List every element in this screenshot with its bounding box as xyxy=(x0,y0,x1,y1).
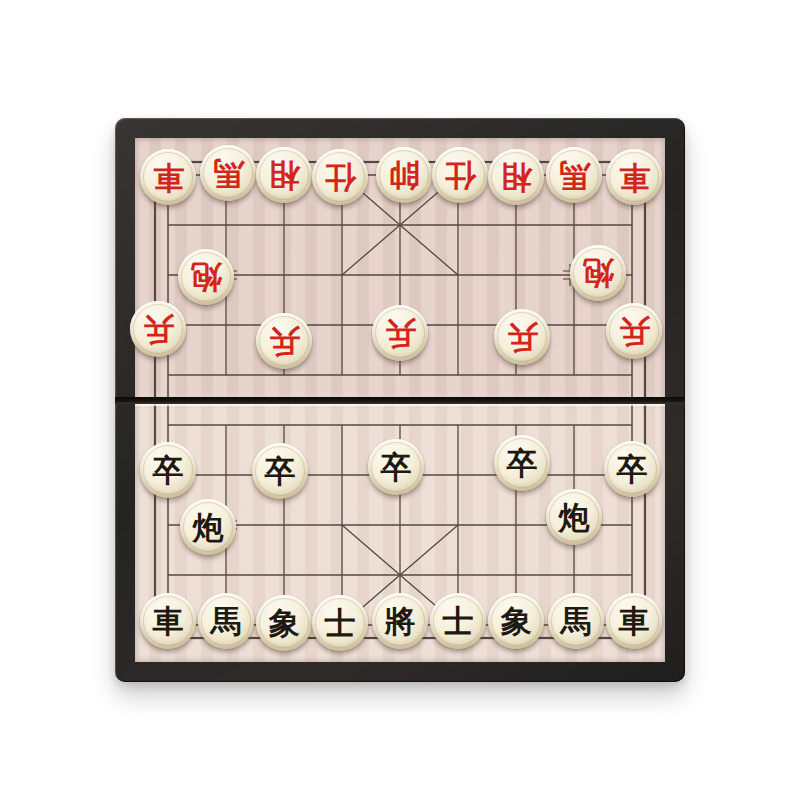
piece-red-pawn[interactable]: 兵 xyxy=(372,305,428,361)
piece-label: 馬 xyxy=(559,160,590,191)
piece-label: 車 xyxy=(153,606,184,637)
piece-red-elephant[interactable]: 相 xyxy=(256,147,312,203)
piece-label: 相 xyxy=(501,162,532,193)
piece-black-advisor[interactable]: 士 xyxy=(312,595,368,651)
piece-red-elephant[interactable]: 相 xyxy=(488,149,544,205)
piece-red-horse[interactable]: 馬 xyxy=(546,147,602,203)
piece-black-pawn[interactable]: 卒 xyxy=(368,439,424,495)
piece-label: 仕 xyxy=(325,162,356,193)
piece-red-general[interactable]: 帥 xyxy=(376,147,432,203)
piece-red-advisor[interactable]: 仕 xyxy=(312,149,368,205)
piece-label: 炮 xyxy=(191,262,222,293)
piece-black-chariot[interactable]: 車 xyxy=(606,593,662,649)
piece-label: 炮 xyxy=(193,512,224,543)
piece-black-cannon[interactable]: 炮 xyxy=(546,489,602,545)
piece-label: 相 xyxy=(269,160,300,191)
piece-black-pawn[interactable]: 卒 xyxy=(494,435,550,491)
piece-label: 象 xyxy=(501,606,532,637)
piece-label: 兵 xyxy=(385,318,416,349)
piece-label: 炮 xyxy=(559,502,590,533)
piece-black-horse[interactable]: 馬 xyxy=(198,593,254,649)
piece-label: 兵 xyxy=(507,322,538,353)
piece-red-pawn[interactable]: 兵 xyxy=(256,313,312,369)
piece-label: 車 xyxy=(619,162,650,193)
piece-label: 卒 xyxy=(617,454,648,485)
pieces-layer: 車馬相仕帥仕相馬車炮炮兵兵兵兵兵卒卒卒卒卒炮炮車馬象士將士象馬車 xyxy=(115,118,685,682)
piece-black-advisor[interactable]: 士 xyxy=(430,593,486,649)
piece-red-chariot[interactable]: 車 xyxy=(140,149,196,205)
piece-black-general[interactable]: 將 xyxy=(372,593,428,649)
piece-red-advisor[interactable]: 仕 xyxy=(432,147,488,203)
piece-red-pawn[interactable]: 兵 xyxy=(130,301,186,357)
piece-label: 卒 xyxy=(265,456,296,487)
xiangqi-board-case: 車馬相仕帥仕相馬車炮炮兵兵兵兵兵卒卒卒卒卒炮炮車馬象士將士象馬車 xyxy=(115,118,685,682)
piece-label: 將 xyxy=(385,606,416,637)
piece-red-pawn[interactable]: 兵 xyxy=(606,303,662,359)
piece-label: 兵 xyxy=(619,316,650,347)
piece-black-pawn[interactable]: 卒 xyxy=(140,442,196,498)
piece-red-cannon[interactable]: 炮 xyxy=(178,249,234,305)
photo-background: 車馬相仕帥仕相馬車炮炮兵兵兵兵兵卒卒卒卒卒炮炮車馬象士將士象馬車 xyxy=(0,0,800,800)
piece-black-horse[interactable]: 馬 xyxy=(548,593,604,649)
piece-label: 仕 xyxy=(445,160,476,191)
piece-label: 馬 xyxy=(213,158,244,189)
piece-label: 馬 xyxy=(211,606,242,637)
piece-red-cannon[interactable]: 炮 xyxy=(570,245,626,301)
piece-label: 車 xyxy=(619,606,650,637)
piece-red-horse[interactable]: 馬 xyxy=(200,145,256,201)
piece-label: 士 xyxy=(325,608,356,639)
piece-label: 象 xyxy=(269,608,300,639)
piece-black-pawn[interactable]: 卒 xyxy=(604,441,660,497)
piece-black-elephant[interactable]: 象 xyxy=(256,595,312,651)
piece-black-chariot[interactable]: 車 xyxy=(140,593,196,649)
piece-label: 卒 xyxy=(153,455,184,486)
piece-black-cannon[interactable]: 炮 xyxy=(180,499,236,555)
piece-label: 兵 xyxy=(269,326,300,357)
piece-label: 卒 xyxy=(507,448,538,479)
piece-label: 卒 xyxy=(381,452,412,483)
piece-red-chariot[interactable]: 車 xyxy=(606,149,662,205)
piece-red-pawn[interactable]: 兵 xyxy=(494,309,550,365)
piece-black-pawn[interactable]: 卒 xyxy=(252,443,308,499)
piece-label: 兵 xyxy=(143,314,174,345)
piece-label: 士 xyxy=(443,606,474,637)
piece-label: 帥 xyxy=(389,160,420,191)
piece-label: 炮 xyxy=(583,258,614,289)
piece-black-elephant[interactable]: 象 xyxy=(488,593,544,649)
piece-label: 車 xyxy=(153,162,184,193)
piece-label: 馬 xyxy=(561,606,592,637)
